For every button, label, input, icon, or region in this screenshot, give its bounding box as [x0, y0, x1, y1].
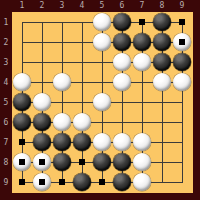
stone-black[interactable] [33, 133, 51, 151]
stone-white[interactable] [93, 93, 111, 111]
point-marker-square [139, 19, 145, 25]
row-label-9: 9 [0, 177, 12, 188]
stone-white[interactable] [93, 33, 111, 51]
go-board[interactable] [12, 12, 193, 193]
col-label-6: 6 [112, 0, 132, 12]
stone-white[interactable] [73, 113, 91, 131]
row-label-5: 5 [0, 97, 12, 108]
stone-white[interactable] [173, 73, 191, 91]
col-label-8: 8 [152, 0, 172, 12]
stone-white[interactable] [13, 153, 31, 171]
stone-black[interactable] [113, 173, 131, 191]
stone-black[interactable] [153, 53, 171, 71]
stone-black[interactable] [33, 113, 51, 131]
stone-white[interactable] [133, 133, 151, 151]
col-label-9: 9 [172, 0, 192, 12]
stone-black[interactable] [13, 93, 31, 111]
stone-white[interactable] [13, 73, 31, 91]
row-label-8: 8 [0, 157, 12, 168]
stone-black[interactable] [133, 33, 151, 51]
stone-black[interactable] [113, 13, 131, 31]
stone-white[interactable] [93, 13, 111, 31]
stone-black[interactable] [53, 133, 71, 151]
stone-mark-square [39, 159, 45, 165]
stone-white[interactable] [173, 33, 191, 51]
stone-white[interactable] [153, 73, 171, 91]
point-marker-square [179, 19, 185, 25]
stone-white[interactable] [33, 93, 51, 111]
stone-mark-square [179, 39, 185, 45]
row-label-3: 3 [0, 57, 12, 68]
stone-white[interactable] [93, 133, 111, 151]
stone-white[interactable] [113, 133, 131, 151]
stone-white[interactable] [133, 53, 151, 71]
stone-mark-square [39, 179, 45, 185]
stone-black[interactable] [93, 153, 111, 171]
col-label-4: 4 [72, 0, 92, 12]
point-marker-square [19, 179, 25, 185]
stone-white[interactable] [33, 153, 51, 171]
stone-white[interactable] [113, 73, 131, 91]
stone-white[interactable] [133, 153, 151, 171]
go-app-window: 123456789123456789 [0, 0, 200, 200]
stone-black[interactable] [153, 33, 171, 51]
stone-black[interactable] [153, 13, 171, 31]
point-marker-square [59, 179, 65, 185]
point-marker-square [99, 179, 105, 185]
col-label-2: 2 [32, 0, 52, 12]
row-label-6: 6 [0, 117, 12, 128]
stone-white[interactable] [53, 73, 71, 91]
point-marker-square [79, 159, 85, 165]
col-label-1: 1 [12, 0, 32, 12]
stone-white[interactable] [53, 113, 71, 131]
stone-black[interactable] [113, 33, 131, 51]
stone-black[interactable] [113, 153, 131, 171]
stone-black[interactable] [73, 173, 91, 191]
col-label-7: 7 [132, 0, 152, 12]
col-label-5: 5 [92, 0, 112, 12]
stone-black[interactable] [73, 133, 91, 151]
stone-white[interactable] [133, 173, 151, 191]
point-marker-square [19, 139, 25, 145]
row-label-2: 2 [0, 37, 12, 48]
stone-white[interactable] [113, 53, 131, 71]
stone-black[interactable] [173, 53, 191, 71]
stone-mark-square [19, 159, 25, 165]
row-label-7: 7 [0, 137, 12, 148]
row-label-1: 1 [0, 17, 12, 28]
col-label-3: 3 [52, 0, 72, 12]
stone-white[interactable] [33, 173, 51, 191]
row-label-4: 4 [0, 77, 12, 88]
stone-black[interactable] [13, 113, 31, 131]
stone-black[interactable] [53, 153, 71, 171]
